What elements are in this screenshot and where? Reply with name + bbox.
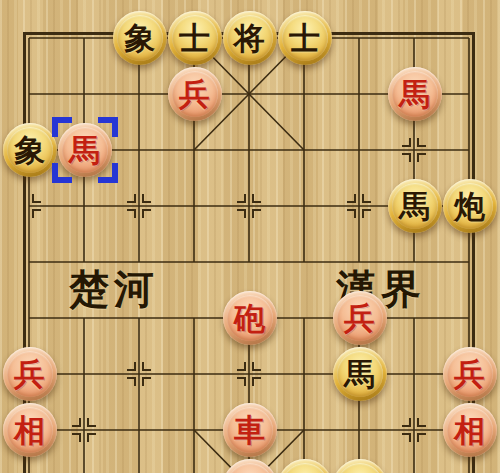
piece-black-炮-f8r3[interactable]: 炮 bbox=[443, 179, 497, 233]
piece-character: 士 bbox=[289, 11, 320, 65]
piece-character: 車 bbox=[234, 403, 265, 457]
piece-character: 象 bbox=[124, 11, 155, 65]
piece-black-馬-f7r3[interactable]: 馬 bbox=[388, 179, 442, 233]
piece-red-兵-f8r6[interactable]: 兵 bbox=[443, 347, 497, 401]
piece-red-車-f4r7[interactable]: 車 bbox=[223, 403, 277, 457]
piece-face bbox=[227, 463, 273, 473]
piece-character: 兵 bbox=[454, 347, 485, 401]
piece-black-士-f5r0[interactable]: 士 bbox=[278, 11, 332, 65]
piece-red-相-f8r7[interactable]: 相 bbox=[443, 403, 497, 457]
piece-black-cutoff-f6r8[interactable] bbox=[333, 459, 387, 473]
piece-black-象-f2r0[interactable]: 象 bbox=[113, 11, 167, 65]
piece-black-馬-f6r6[interactable]: 馬 bbox=[333, 347, 387, 401]
piece-character: 兵 bbox=[14, 347, 45, 401]
piece-face bbox=[282, 463, 328, 473]
piece-red-馬-f7r1[interactable]: 馬 bbox=[388, 67, 442, 121]
piece-red-砲-f4r5[interactable]: 砲 bbox=[223, 291, 277, 345]
piece-character: 馬 bbox=[399, 179, 430, 233]
piece-black-cutoff-f5r8[interactable] bbox=[278, 459, 332, 473]
xiangqi-board: 楚河 漢界 象士将士兵馬象馬馬炮砲兵兵馬兵相車相 bbox=[0, 0, 500, 473]
pieces-layer: 象士将士兵馬象馬馬炮砲兵兵馬兵相車相 bbox=[2, 10, 497, 473]
piece-character: 相 bbox=[14, 403, 45, 457]
piece-red-相-f0r7[interactable]: 相 bbox=[3, 403, 57, 457]
piece-black-士-f3r0[interactable]: 士 bbox=[168, 11, 222, 65]
piece-face bbox=[337, 463, 383, 473]
piece-red-兵-f6r5[interactable]: 兵 bbox=[333, 291, 387, 345]
piece-character: 相 bbox=[454, 403, 485, 457]
piece-character: 炮 bbox=[454, 179, 485, 233]
piece-red-兵-f0r6[interactable]: 兵 bbox=[3, 347, 57, 401]
piece-character: 馬 bbox=[69, 123, 100, 177]
piece-red-兵-f3r1[interactable]: 兵 bbox=[168, 67, 222, 121]
piece-red-馬-f1r2[interactable]: 馬 bbox=[58, 123, 112, 177]
piece-red-cutoff-f4r8[interactable] bbox=[223, 459, 277, 473]
piece-character: 兵 bbox=[344, 291, 375, 345]
piece-character: 馬 bbox=[344, 347, 375, 401]
piece-character: 砲 bbox=[234, 291, 265, 345]
piece-black-象-f0r2[interactable]: 象 bbox=[3, 123, 57, 177]
piece-character: 馬 bbox=[399, 67, 430, 121]
piece-character: 将 bbox=[234, 11, 265, 65]
piece-character: 士 bbox=[179, 11, 210, 65]
piece-black-将-f4r0[interactable]: 将 bbox=[223, 11, 277, 65]
piece-character: 象 bbox=[14, 123, 45, 177]
piece-character: 兵 bbox=[179, 67, 210, 121]
